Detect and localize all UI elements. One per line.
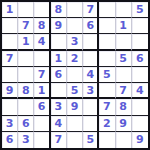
cell-r5c2-empty[interactable] bbox=[18, 67, 34, 83]
cell-r7c5-given-9[interactable]: 9 bbox=[67, 99, 83, 115]
cell-r2c4-given-9[interactable]: 9 bbox=[51, 18, 67, 34]
cell-r9c2-given-3[interactable]: 3 bbox=[18, 132, 34, 148]
cell-r9c5-empty[interactable] bbox=[67, 132, 83, 148]
cell-r8c3-empty[interactable] bbox=[34, 116, 50, 132]
cell-r4c5-given-2[interactable]: 2 bbox=[67, 51, 83, 67]
cell-r3c6-empty[interactable] bbox=[83, 34, 99, 50]
cell-r6c6-given-3[interactable]: 3 bbox=[83, 83, 99, 99]
cell-r6c5-given-5[interactable]: 5 bbox=[67, 83, 83, 99]
cell-r3c7-empty[interactable] bbox=[99, 34, 115, 50]
cell-r8c7-given-2[interactable]: 2 bbox=[99, 116, 115, 132]
cell-r9c7-empty[interactable] bbox=[99, 132, 115, 148]
cell-r1c8-empty[interactable] bbox=[116, 2, 132, 18]
cell-r2c7-empty[interactable] bbox=[99, 18, 115, 34]
cell-r7c3-given-6[interactable]: 6 bbox=[34, 99, 50, 115]
cell-r7c8-given-8[interactable]: 8 bbox=[116, 99, 132, 115]
cell-r9c3-empty[interactable] bbox=[34, 132, 50, 148]
cell-r9c6-given-5[interactable]: 5 bbox=[83, 132, 99, 148]
cell-r6c8-given-7[interactable]: 7 bbox=[116, 83, 132, 99]
cell-r6c7-empty[interactable] bbox=[99, 83, 115, 99]
sudoku-board: 1875789611437125676459815374639783642963… bbox=[0, 0, 150, 150]
cell-r9c9-given-9[interactable]: 9 bbox=[132, 132, 148, 148]
cell-r8c8-given-9[interactable]: 9 bbox=[116, 116, 132, 132]
cell-r3c5-given-3[interactable]: 3 bbox=[67, 34, 83, 50]
cell-r2c9-empty[interactable] bbox=[132, 18, 148, 34]
cell-r4c7-empty[interactable] bbox=[99, 51, 115, 67]
cell-r5c1-empty[interactable] bbox=[2, 67, 18, 83]
cell-r5c4-given-6[interactable]: 6 bbox=[51, 67, 67, 83]
cell-r3c3-given-4[interactable]: 4 bbox=[34, 34, 50, 50]
cell-r2c5-empty[interactable] bbox=[67, 18, 83, 34]
cell-r9c1-given-6[interactable]: 6 bbox=[2, 132, 18, 148]
cell-r3c1-empty[interactable] bbox=[2, 34, 18, 50]
cell-r9c4-given-7[interactable]: 7 bbox=[51, 132, 67, 148]
cell-r5c5-empty[interactable] bbox=[67, 67, 83, 83]
cell-r6c4-empty[interactable] bbox=[51, 83, 67, 99]
cell-r4c1-given-7[interactable]: 7 bbox=[2, 51, 18, 67]
cell-r6c2-given-8[interactable]: 8 bbox=[18, 83, 34, 99]
cell-r5c9-empty[interactable] bbox=[132, 67, 148, 83]
cell-r5c3-given-7[interactable]: 7 bbox=[34, 67, 50, 83]
cell-r9c8-empty[interactable] bbox=[116, 132, 132, 148]
cell-r7c2-empty[interactable] bbox=[18, 99, 34, 115]
cell-r5c8-empty[interactable] bbox=[116, 67, 132, 83]
cell-r8c1-given-3[interactable]: 3 bbox=[2, 116, 18, 132]
cell-r2c6-given-6[interactable]: 6 bbox=[83, 18, 99, 34]
cell-r4c4-given-1[interactable]: 1 bbox=[51, 51, 67, 67]
cell-r7c4-given-3[interactable]: 3 bbox=[51, 99, 67, 115]
cell-r6c9-given-4[interactable]: 4 bbox=[132, 83, 148, 99]
cell-r8c5-empty[interactable] bbox=[67, 116, 83, 132]
cell-r1c1-given-1[interactable]: 1 bbox=[2, 2, 18, 18]
cell-r3c2-given-1[interactable]: 1 bbox=[18, 34, 34, 50]
cell-r5c7-given-5[interactable]: 5 bbox=[99, 67, 115, 83]
cell-r8c4-given-4[interactable]: 4 bbox=[51, 116, 67, 132]
cell-r3c8-empty[interactable] bbox=[116, 34, 132, 50]
cell-r1c3-empty[interactable] bbox=[34, 2, 50, 18]
cell-r7c7-given-7[interactable]: 7 bbox=[99, 99, 115, 115]
cell-r5c6-given-4[interactable]: 4 bbox=[83, 67, 99, 83]
cell-r7c1-empty[interactable] bbox=[2, 99, 18, 115]
cell-r8c9-empty[interactable] bbox=[132, 116, 148, 132]
cell-r4c3-empty[interactable] bbox=[34, 51, 50, 67]
cell-r6c3-given-1[interactable]: 1 bbox=[34, 83, 50, 99]
cell-r2c8-given-1[interactable]: 1 bbox=[116, 18, 132, 34]
cell-r4c6-empty[interactable] bbox=[83, 51, 99, 67]
cell-r1c7-empty[interactable] bbox=[99, 2, 115, 18]
cell-r1c2-empty[interactable] bbox=[18, 2, 34, 18]
cell-r6c1-given-9[interactable]: 9 bbox=[2, 83, 18, 99]
cell-r2c3-given-8[interactable]: 8 bbox=[34, 18, 50, 34]
cell-r3c9-empty[interactable] bbox=[132, 34, 148, 50]
cell-r1c6-given-7[interactable]: 7 bbox=[83, 2, 99, 18]
cell-r4c8-given-5[interactable]: 5 bbox=[116, 51, 132, 67]
cell-r4c2-empty[interactable] bbox=[18, 51, 34, 67]
cell-r4c9-given-6[interactable]: 6 bbox=[132, 51, 148, 67]
cell-r7c6-empty[interactable] bbox=[83, 99, 99, 115]
cell-r2c2-given-7[interactable]: 7 bbox=[18, 18, 34, 34]
cell-r2c1-empty[interactable] bbox=[2, 18, 18, 34]
cell-r3c4-empty[interactable] bbox=[51, 34, 67, 50]
cell-r7c9-empty[interactable] bbox=[132, 99, 148, 115]
cell-r1c5-empty[interactable] bbox=[67, 2, 83, 18]
cell-r1c9-given-5[interactable]: 5 bbox=[132, 2, 148, 18]
cell-r8c6-empty[interactable] bbox=[83, 116, 99, 132]
cell-r8c2-given-6[interactable]: 6 bbox=[18, 116, 34, 132]
cell-r1c4-given-8[interactable]: 8 bbox=[51, 2, 67, 18]
